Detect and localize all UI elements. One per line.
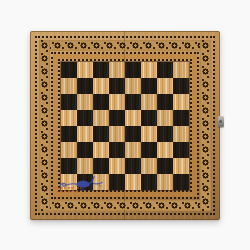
square-d3 (109, 142, 125, 158)
square-a4 (61, 126, 77, 142)
square-g2 (157, 158, 173, 174)
square-f4 (141, 126, 157, 142)
square-g7 (157, 78, 173, 94)
square-e3 (125, 142, 141, 158)
square-f8 (141, 62, 157, 78)
square-f2 (141, 158, 157, 174)
square-c4 (93, 126, 109, 142)
square-a5 (61, 110, 77, 126)
square-e5 (125, 110, 141, 126)
square-a6 (61, 94, 77, 110)
square-d5 (109, 110, 125, 126)
square-a2 (61, 158, 77, 174)
square-h1 (173, 174, 189, 190)
square-g4 (157, 126, 173, 142)
square-d6 (109, 94, 125, 110)
square-g6 (157, 94, 173, 110)
square-h3 (173, 142, 189, 158)
square-c7 (93, 78, 109, 94)
square-e4 (125, 126, 141, 142)
square-h7 (173, 78, 189, 94)
stamp-orange-marks (55, 188, 81, 192)
stamp-blue-signature (60, 176, 103, 190)
square-f7 (141, 78, 157, 94)
square-d2 (109, 158, 125, 174)
square-g5 (157, 110, 173, 126)
square-b2 (77, 158, 93, 174)
square-h8 (173, 62, 189, 78)
square-d4 (109, 126, 125, 142)
clasp-latch (218, 116, 224, 127)
square-b3 (77, 142, 93, 158)
square-f1 (141, 174, 157, 190)
square-g1 (157, 174, 173, 190)
square-c3 (93, 142, 109, 158)
photo-background (0, 0, 250, 250)
square-b8 (77, 62, 93, 78)
square-g8 (157, 62, 173, 78)
square-g3 (157, 142, 173, 158)
square-a3 (61, 142, 77, 158)
square-h4 (173, 126, 189, 142)
fold-seam (124, 31, 125, 220)
square-b7 (77, 78, 93, 94)
square-d7 (109, 78, 125, 94)
square-e2 (125, 158, 141, 174)
square-h6 (173, 94, 189, 110)
square-a7 (61, 78, 77, 94)
square-b6 (77, 94, 93, 110)
square-c8 (93, 62, 109, 78)
square-e1 (125, 174, 141, 190)
square-h2 (173, 158, 189, 174)
square-e7 (125, 78, 141, 94)
square-f3 (141, 142, 157, 158)
square-c6 (93, 94, 109, 110)
square-c2 (93, 158, 109, 174)
square-e6 (125, 94, 141, 110)
square-a8 (61, 62, 77, 78)
square-h5 (173, 110, 189, 126)
square-b4 (77, 126, 93, 142)
square-c5 (93, 110, 109, 126)
square-b5 (77, 110, 93, 126)
board-squares (61, 62, 189, 190)
square-f6 (141, 94, 157, 110)
square-e8 (125, 62, 141, 78)
square-d8 (109, 62, 125, 78)
ink-stamp (52, 175, 112, 196)
square-f5 (141, 110, 157, 126)
